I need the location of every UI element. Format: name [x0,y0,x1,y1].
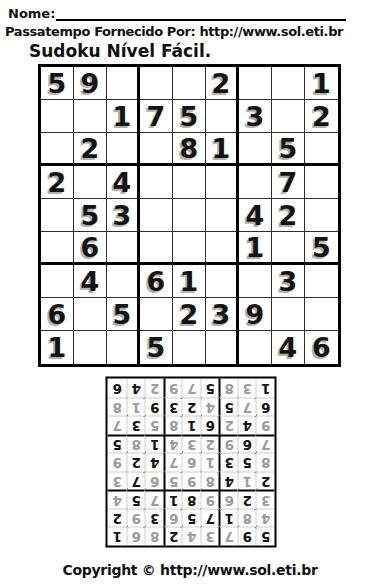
puzzle-cell-r9c9: 6 [305,331,338,364]
solution-cell-r5c7: 4 [145,453,164,472]
puzzle-cell-r8c7: 9 [239,298,272,331]
solution-cell-r3c6: 1 [164,490,183,509]
solution-cell-r8c8: 1 [127,398,146,417]
puzzle-cell-r5c4[interactable] [140,199,173,232]
puzzle-cell-r6c5[interactable] [173,232,206,265]
solution-cell-r3c8: 5 [127,490,146,509]
solution-cell-r8c3: 5 [219,398,238,417]
solution-cell-r6c8: 8 [127,435,146,454]
puzzle-cell-r5c1[interactable] [41,199,74,232]
solution-cell-r6c6: 4 [164,435,183,454]
puzzle-cell-r3c6: 1 [206,133,239,166]
solution-cell-r1c4: 3 [201,527,220,546]
sudoku-worksheet-page: Nome: Passatempo Fornecido Por: http://w… [0,0,380,585]
puzzle-cell-r7c3[interactable] [107,265,140,298]
solution-cell-r2c1: 4 [256,509,275,528]
puzzle-cell-r9c1: 1 [41,331,74,364]
puzzle-cell-r2c4: 7 [140,100,173,133]
solution-cell-r6c9: 5 [108,435,127,454]
solution-cell-r8c7: 9 [145,398,164,417]
solution-cell-r5c2: 5 [238,453,257,472]
puzzle-cell-r1c3[interactable] [107,67,140,100]
puzzle-cell-r5c2: 5 [74,199,107,232]
puzzle-grid: 592117532281524753426154613652391546 [38,64,341,367]
solution-cell-r2c7: 3 [145,509,164,528]
solution-cell-r8c4: 4 [201,398,220,417]
solution-cell-r3c9: 4 [108,490,127,509]
puzzle-cell-r4c2[interactable] [74,166,107,199]
puzzle-cell-r2c9: 2 [305,100,338,133]
solution-cell-r2c4: 7 [201,509,220,528]
puzzle-cell-r6c3[interactable] [107,232,140,265]
puzzle-cell-r7c8: 3 [272,265,305,298]
puzzle-cell-r2c2[interactable] [74,100,107,133]
puzzle-cell-r6c7: 1 [239,232,272,265]
solution-cell-r4c8: 7 [127,472,146,491]
puzzle-cell-r7c2: 4 [74,265,107,298]
puzzle-cell-r1c9: 1 [305,67,338,100]
puzzle-cell-r9c4: 5 [140,331,173,364]
solution-cell-r9c4: 5 [201,379,220,398]
solution-cell-r4c9: 3 [108,472,127,491]
puzzle-cell-r5c6[interactable] [206,199,239,232]
solution-cell-r3c7: 7 [145,490,164,509]
solution-cell-r7c9: 7 [108,416,127,435]
puzzle-cell-r2c6[interactable] [206,100,239,133]
puzzle-cell-r8c6: 3 [206,298,239,331]
puzzle-cell-r5c7: 4 [239,199,272,232]
solution-cell-r2c9: 2 [108,509,127,528]
solution-cell-r1c5: 4 [182,527,201,546]
puzzle-cell-r5c3: 3 [107,199,140,232]
puzzle-cell-r3c5: 8 [173,133,206,166]
solution-cell-r4c4: 8 [201,472,220,491]
solution-cell-r3c1: 3 [256,490,275,509]
solution-cell-r5c5: 6 [182,453,201,472]
puzzle-cell-r8c5: 2 [173,298,206,331]
puzzle-cell-r8c4[interactable] [140,298,173,331]
puzzle-cell-r3c2: 2 [74,133,107,166]
puzzle-cell-r3c1[interactable] [41,133,74,166]
puzzle-cell-r2c5: 5 [173,100,206,133]
solution-cell-r6c4: 2 [201,435,220,454]
name-label: Nome: [8,6,55,21]
name-row: Nome: [0,0,380,21]
solution-cell-r8c5: 2 [182,398,201,417]
puzzle-cell-r4c5[interactable] [173,166,206,199]
puzzle-cell-r2c1[interactable] [41,100,74,133]
puzzle-cell-r4c8: 7 [272,166,305,199]
solution-cell-r7c3: 2 [219,416,238,435]
puzzle-cell-r7c5: 1 [173,265,206,298]
puzzle-cell-r7c9[interactable] [305,265,338,298]
solution-cell-r5c1: 8 [256,453,275,472]
solution-cell-r9c5: 7 [182,379,201,398]
puzzle-cell-r9c8: 4 [272,331,305,364]
puzzle-cell-r9c6[interactable] [206,331,239,364]
solution-cell-r9c7: 2 [145,379,164,398]
puzzle-cell-r8c3: 5 [107,298,140,331]
solution-cell-r1c6: 2 [164,527,183,546]
solution-cell-r9c8: 4 [127,379,146,398]
puzzle-cell-r3c9[interactable] [305,133,338,166]
solution-cell-r7c2: 4 [238,416,257,435]
solution-cell-r7c8: 3 [127,416,146,435]
puzzle-cell-r8c8[interactable] [272,298,305,331]
solution-cell-r4c5: 9 [182,472,201,491]
puzzle-cell-r4c1: 2 [41,166,74,199]
solution-cell-r6c7: 1 [145,435,164,454]
puzzle-cell-r3c8: 5 [272,133,305,166]
puzzle-cell-r1c4[interactable] [140,67,173,100]
solution-cell-r1c8: 6 [127,527,146,546]
solution-cell-r4c7: 6 [145,472,164,491]
provider-line: Passatempo Fornecido Por: http://www.sol… [0,21,380,39]
solution-cell-r8c9: 8 [108,398,127,417]
solution-cell-r3c3: 6 [219,490,238,509]
puzzle-cell-r6c2: 6 [74,232,107,265]
copyright-line: Copyright © http://www.sol.eti.br [0,562,380,578]
solution-cell-r9c3: 8 [219,379,238,398]
puzzle-cell-r5c5[interactable] [173,199,206,232]
solution-cell-r2c6: 6 [164,509,183,528]
puzzle-cell-r6c8[interactable] [272,232,305,265]
solution-cell-r4c6: 5 [164,472,183,491]
solution-cell-r6c3: 9 [219,435,238,454]
puzzle-cell-r1c6: 2 [206,67,239,100]
puzzle-cell-r5c8: 2 [272,199,305,232]
solution-cell-r8c1: 6 [256,398,275,417]
puzzle-cell-r7c4: 6 [140,265,173,298]
puzzle-cell-r4c6[interactable] [206,166,239,199]
puzzle-cell-r6c1[interactable] [41,232,74,265]
puzzle-cell-r1c7[interactable] [239,67,272,100]
puzzle-cell-r1c8[interactable] [272,67,305,100]
puzzle-cell-r6c9: 5 [305,232,338,265]
solution-cell-r9c6: 9 [164,379,183,398]
solution-cell-r2c8: 9 [127,509,146,528]
puzzle-cell-r5c9[interactable] [305,199,338,232]
puzzle-cell-r1c2: 9 [74,67,107,100]
solution-cell-r1c2: 9 [238,527,257,546]
puzzle-cell-r3c3[interactable] [107,133,140,166]
solution-cell-r5c8: 2 [127,453,146,472]
puzzle-cell-r7c6[interactable] [206,265,239,298]
puzzle-cell-r4c4[interactable] [140,166,173,199]
puzzle-cell-r4c7[interactable] [239,166,272,199]
solution-cell-r3c2: 2 [238,490,257,509]
puzzle-cell-r9c3[interactable] [107,331,140,364]
solution-cell-r4c2: 1 [238,472,257,491]
solution-cell-r2c2: 8 [238,509,257,528]
puzzle-cell-r8c9[interactable] [305,298,338,331]
solution-cell-r6c2: 6 [238,435,257,454]
solution-cell-r8c2: 7 [238,398,257,417]
puzzle-cell-r1c5[interactable] [173,67,206,100]
solution-cell-r3c4: 9 [201,490,220,509]
puzzle-cell-r7c1[interactable] [41,265,74,298]
solution-cell-r7c1: 9 [256,416,275,435]
solution-cell-r8c6: 3 [164,398,183,417]
solution-cell-r6c5: 3 [182,435,201,454]
solution-cell-r5c3: 3 [219,453,238,472]
solution-cell-r5c4: 1 [201,453,220,472]
puzzle-cell-r6c4[interactable] [140,232,173,265]
solution-cell-r1c9: 1 [108,527,127,546]
puzzle-cell-r9c7[interactable] [239,331,272,364]
puzzle-cell-r8c1: 6 [41,298,74,331]
puzzle-cell-r9c5[interactable] [173,331,206,364]
solution-cell-r1c3: 7 [219,527,238,546]
solution-cell-r7c4: 6 [201,416,220,435]
puzzle-cell-r1c1: 5 [41,67,74,100]
solution-cell-r4c3: 4 [219,472,238,491]
solution-cell-r4c1: 2 [256,472,275,491]
solution-cell-r5c6: 7 [164,453,183,472]
name-field[interactable] [56,6,346,21]
solution-cell-r5c9: 9 [108,453,127,472]
solution-grid: 5973428614817563923269817542148956738531… [106,377,277,548]
solution-cell-r9c9: 6 [108,379,127,398]
solution-cell-r3c5: 8 [182,490,201,509]
solution-cell-r7c7: 5 [145,416,164,435]
puzzle-cell-r2c3: 1 [107,100,140,133]
puzzle-cell-r2c7: 3 [239,100,272,133]
solution-cell-r1c1: 5 [256,527,275,546]
puzzle-cell-r7c7[interactable] [239,265,272,298]
page-title: Sudoku Nível Fácil. [0,39,380,62]
solution-cell-r2c5: 5 [182,509,201,528]
puzzle-cell-r2c8[interactable] [272,100,305,133]
solution-area: 5973428614817563923269817542148956738531… [106,377,277,548]
solution-cell-r7c5: 1 [182,416,201,435]
solution-cell-r7c6: 8 [164,416,183,435]
puzzle-cell-r4c3: 4 [107,166,140,199]
puzzle-cell-r3c4[interactable] [140,133,173,166]
solution-cell-r9c2: 3 [238,379,257,398]
puzzle-cell-r3c7[interactable] [239,133,272,166]
solution-cell-r9c1: 1 [256,379,275,398]
solution-cell-r1c7: 8 [145,527,164,546]
puzzle-cell-r4c9[interactable] [305,166,338,199]
solution-cell-r6c1: 7 [256,435,275,454]
puzzle-cell-r6c6[interactable] [206,232,239,265]
puzzle-cell-r9c2[interactable] [74,331,107,364]
puzzle-cell-r8c2[interactable] [74,298,107,331]
solution-cell-r2c3: 1 [219,509,238,528]
